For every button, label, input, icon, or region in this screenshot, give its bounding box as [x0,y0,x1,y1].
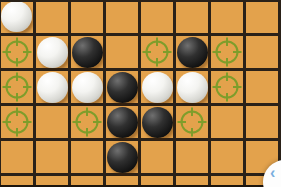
cell-r0c3[interactable] [106,0,138,33]
cell-r5c5[interactable] [176,176,208,187]
cell-r5c1[interactable] [36,176,68,187]
cell-r3c3[interactable] [106,106,138,138]
black-stone [142,107,173,138]
black-stone [107,142,138,173]
hint-marker-icon [211,71,243,103]
cell-r5c4[interactable] [141,176,173,187]
cell-r5c6[interactable] [211,176,243,187]
cell-r2c5[interactable] [176,71,208,103]
white-stone [1,1,32,32]
black-stone [177,37,208,68]
cell-r1c1[interactable] [36,36,68,68]
cell-r0c2[interactable] [71,0,103,33]
cell-r3c6[interactable] [211,106,243,138]
cell-r0c5[interactable] [176,0,208,33]
cell-r3c0[interactable] [0,106,33,138]
black-stone [72,37,103,68]
chevron-left-icon: ‹ [270,164,275,182]
cell-r3c4[interactable] [141,106,173,138]
cell-r2c0[interactable] [0,71,33,103]
cell-r4c1[interactable] [36,141,68,173]
cell-r4c5[interactable] [176,141,208,173]
black-stone [107,72,138,103]
cell-r1c0[interactable] [0,36,33,68]
white-stone [37,37,68,68]
cell-r0c4[interactable] [141,0,173,33]
hint-marker-icon [176,106,208,138]
cell-r3c2[interactable] [71,106,103,138]
white-stone [37,72,68,103]
hint-marker-icon [141,36,173,68]
cell-r1c5[interactable] [176,36,208,68]
hint-marker-icon [211,36,243,68]
cell-r3c7[interactable] [246,106,278,138]
cell-r5c0[interactable] [0,176,33,187]
game-board[interactable] [0,0,281,187]
hint-marker-icon [1,36,33,68]
cell-r2c2[interactable] [71,71,103,103]
cell-r2c7[interactable] [246,71,278,103]
cell-r1c7[interactable] [246,36,278,68]
cell-r0c6[interactable] [211,0,243,33]
game-screen: ‹ [0,0,281,187]
cell-r1c2[interactable] [71,36,103,68]
white-stone [177,72,208,103]
cell-r3c5[interactable] [176,106,208,138]
cell-r1c3[interactable] [106,36,138,68]
cell-r0c0[interactable] [0,0,33,33]
cell-r5c2[interactable] [71,176,103,187]
cell-r2c4[interactable] [141,71,173,103]
cell-r1c6[interactable] [211,36,243,68]
white-stone [72,72,103,103]
cell-r4c4[interactable] [141,141,173,173]
black-stone [107,107,138,138]
cell-r1c4[interactable] [141,36,173,68]
white-stone [142,72,173,103]
cell-r4c0[interactable] [0,141,33,173]
cell-r4c3[interactable] [106,141,138,173]
cell-r2c3[interactable] [106,71,138,103]
cell-r2c6[interactable] [211,71,243,103]
cell-r4c2[interactable] [71,141,103,173]
cell-r4c6[interactable] [211,141,243,173]
cell-r5c3[interactable] [106,176,138,187]
cell-r0c7[interactable] [246,0,278,33]
cell-r2c1[interactable] [36,71,68,103]
cell-r0c1[interactable] [36,0,68,33]
hint-marker-icon [71,106,103,138]
cell-r3c1[interactable] [36,106,68,138]
hint-marker-icon [1,106,33,138]
hint-marker-icon [1,71,33,103]
